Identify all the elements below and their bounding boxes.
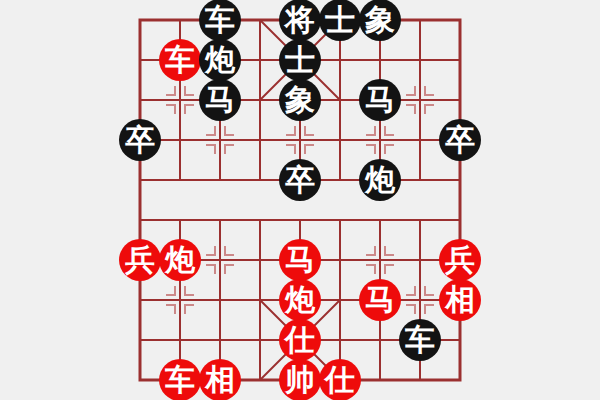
black-general[interactable]: 将 xyxy=(279,0,321,41)
red-advisor[interactable]: 仕 xyxy=(319,359,361,400)
black-cannon[interactable]: 炮 xyxy=(359,159,401,201)
black-elephant[interactable]: 象 xyxy=(359,0,401,41)
red-horse[interactable]: 马 xyxy=(279,239,321,281)
red-elephant[interactable]: 相 xyxy=(199,359,241,400)
pieces-layer: 车将士象车炮士马象马卒卒卒炮兵炮马兵炮马相仕车车相帅仕 xyxy=(0,0,600,400)
red-cannon[interactable]: 炮 xyxy=(159,239,201,281)
red-general[interactable]: 帅 xyxy=(279,359,321,400)
red-soldier[interactable]: 兵 xyxy=(439,239,481,281)
black-elephant[interactable]: 象 xyxy=(279,79,321,121)
xiangqi-screenshot: 车将士象车炮士马象马卒卒卒炮兵炮马兵炮马相仕车车相帅仕 xyxy=(0,0,600,400)
red-horse[interactable]: 马 xyxy=(359,279,401,321)
black-chariot[interactable]: 车 xyxy=(399,319,441,361)
red-cannon[interactable]: 炮 xyxy=(279,279,321,321)
red-soldier[interactable]: 兵 xyxy=(119,239,161,281)
red-elephant[interactable]: 相 xyxy=(439,279,481,321)
red-chariot[interactable]: 车 xyxy=(159,39,201,81)
red-advisor[interactable]: 仕 xyxy=(279,319,321,361)
black-chariot[interactable]: 车 xyxy=(199,0,241,41)
black-soldier[interactable]: 卒 xyxy=(119,119,161,161)
black-advisor[interactable]: 士 xyxy=(279,39,321,81)
black-soldier[interactable]: 卒 xyxy=(439,119,481,161)
red-chariot[interactable]: 车 xyxy=(159,359,201,400)
black-advisor[interactable]: 士 xyxy=(319,0,361,41)
black-horse[interactable]: 马 xyxy=(199,79,241,121)
black-horse[interactable]: 马 xyxy=(359,79,401,121)
black-soldier[interactable]: 卒 xyxy=(279,159,321,201)
black-cannon[interactable]: 炮 xyxy=(199,39,241,81)
